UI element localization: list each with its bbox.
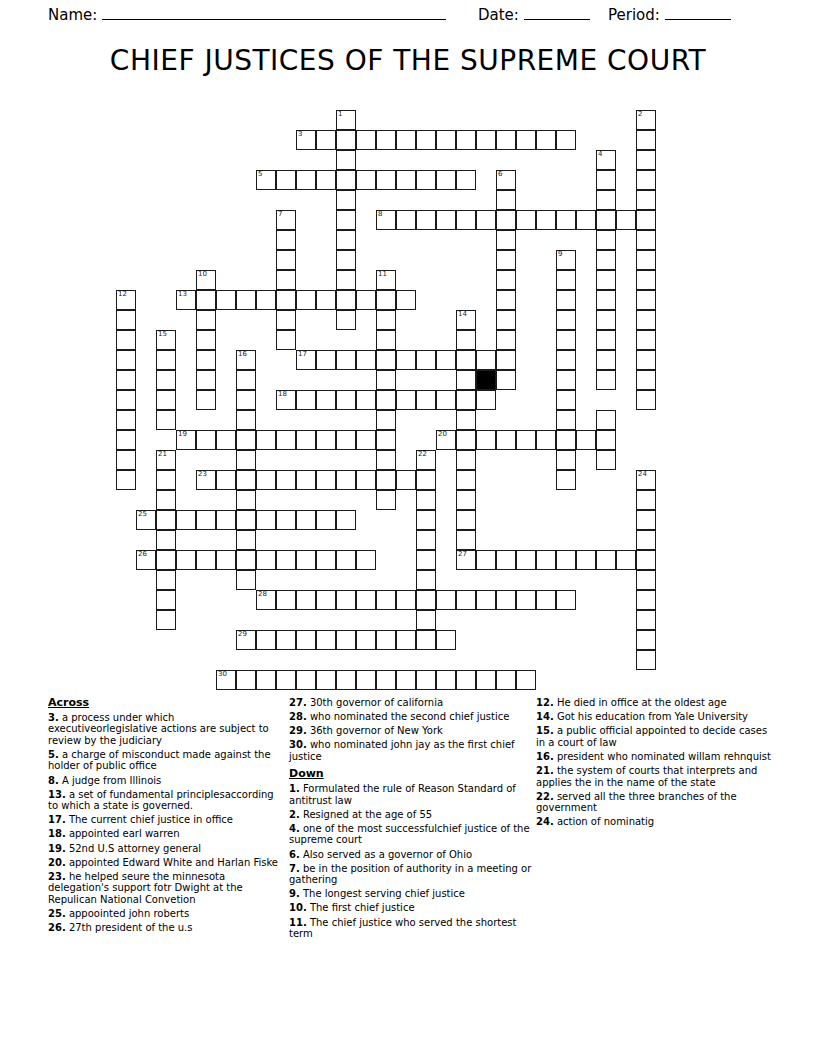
grid-cell[interactable] (256, 290, 276, 310)
grid-cell[interactable] (356, 430, 376, 450)
grid-cell[interactable] (396, 130, 416, 150)
grid-cell[interactable] (576, 210, 596, 230)
grid-cell[interactable] (456, 510, 476, 530)
grid-cell[interactable] (156, 610, 176, 630)
grid-cell[interactable] (596, 430, 616, 450)
grid-cell[interactable] (376, 130, 396, 150)
grid-cell[interactable]: 23 (196, 470, 216, 490)
grid-cell[interactable] (636, 250, 656, 270)
grid-cell[interactable] (616, 550, 636, 570)
grid-cell[interactable] (116, 410, 136, 430)
grid-cell[interactable] (636, 310, 656, 330)
grid-cell[interactable] (336, 290, 356, 310)
grid-cell[interactable]: 8 (376, 210, 396, 230)
grid-cell[interactable] (116, 390, 136, 410)
grid-cell[interactable] (556, 310, 576, 330)
grid-cell[interactable] (276, 510, 296, 530)
grid-cell[interactable] (596, 250, 616, 270)
grid-cell[interactable] (256, 470, 276, 490)
grid-cell[interactable] (376, 430, 396, 450)
grid-cell[interactable] (556, 330, 576, 350)
grid-cell[interactable] (196, 430, 216, 450)
grid-cell[interactable] (116, 330, 136, 350)
grid-cell[interactable] (636, 650, 656, 670)
grid-cell[interactable] (396, 630, 416, 650)
grid-cell[interactable] (356, 170, 376, 190)
grid-cell[interactable]: 28 (256, 590, 276, 610)
grid-cell[interactable] (516, 210, 536, 230)
grid-cell[interactable] (496, 130, 516, 150)
grid-cell[interactable] (416, 550, 436, 570)
grid-cell[interactable]: 2 (636, 110, 656, 130)
grid-cell[interactable] (416, 510, 436, 530)
grid-cell[interactable] (456, 490, 476, 510)
grid-cell[interactable] (196, 290, 216, 310)
grid-cell[interactable] (336, 250, 356, 270)
grid-cell[interactable] (356, 470, 376, 490)
grid-cell[interactable] (636, 590, 656, 610)
grid-cell[interactable] (276, 670, 296, 690)
grid-cell[interactable] (336, 150, 356, 170)
grid-cell[interactable] (256, 430, 276, 450)
grid-cell[interactable] (236, 510, 256, 530)
grid-cell[interactable] (316, 430, 336, 450)
grid-cell[interactable] (536, 550, 556, 570)
grid-cell[interactable] (636, 550, 656, 570)
grid-cell[interactable] (216, 550, 236, 570)
grid-cell[interactable] (496, 430, 516, 450)
grid-cell[interactable] (316, 350, 336, 370)
grid-cell[interactable] (556, 350, 576, 370)
grid-cell[interactable] (216, 430, 236, 450)
grid-cell[interactable] (376, 310, 396, 330)
grid-cell[interactable] (436, 130, 456, 150)
grid-cell[interactable] (276, 590, 296, 610)
grid-cell[interactable] (336, 550, 356, 570)
grid-cell[interactable] (596, 370, 616, 390)
grid-cell[interactable] (236, 490, 256, 510)
grid-cell[interactable] (496, 250, 516, 270)
grid-cell[interactable] (456, 210, 476, 230)
grid-cell[interactable] (276, 330, 296, 350)
grid-cell[interactable] (376, 390, 396, 410)
grid-cell[interactable] (456, 530, 476, 550)
grid-cell[interactable]: 19 (176, 430, 196, 450)
grid-cell[interactable] (476, 390, 496, 410)
grid-cell[interactable] (236, 570, 256, 590)
grid-cell[interactable] (396, 210, 416, 230)
grid-cell[interactable] (236, 390, 256, 410)
grid-cell[interactable] (296, 550, 316, 570)
grid-cell[interactable]: 15 (156, 330, 176, 350)
grid-cell[interactable] (396, 670, 416, 690)
grid-cell[interactable] (336, 510, 356, 530)
grid-cell[interactable] (556, 270, 576, 290)
grid-cell[interactable] (116, 310, 136, 330)
grid-cell[interactable] (416, 210, 436, 230)
grid-cell[interactable] (316, 630, 336, 650)
grid-cell[interactable] (356, 350, 376, 370)
grid-cell[interactable] (636, 190, 656, 210)
grid-cell[interactable] (416, 170, 436, 190)
grid-cell[interactable] (496, 310, 516, 330)
grid-cell[interactable] (336, 630, 356, 650)
grid-cell[interactable] (636, 170, 656, 190)
grid-cell[interactable] (536, 210, 556, 230)
grid-cell[interactable] (296, 430, 316, 450)
grid-cell[interactable] (156, 390, 176, 410)
grid-cell[interactable] (276, 230, 296, 250)
grid-cell[interactable] (376, 290, 396, 310)
grid-cell[interactable]: 10 (196, 270, 216, 290)
grid-cell[interactable] (416, 670, 436, 690)
grid-cell[interactable] (356, 290, 376, 310)
grid-cell[interactable]: 16 (236, 350, 256, 370)
grid-cell[interactable] (456, 390, 476, 410)
grid-cell[interactable] (156, 570, 176, 590)
date-input-line[interactable] (524, 6, 590, 20)
grid-cell[interactable]: 30 (216, 670, 236, 690)
grid-cell[interactable] (156, 590, 176, 610)
grid-cell[interactable] (596, 290, 616, 310)
grid-cell[interactable] (336, 270, 356, 290)
grid-cell[interactable] (196, 510, 216, 530)
grid-cell[interactable]: 25 (136, 510, 156, 530)
grid-cell[interactable] (476, 590, 496, 610)
grid-cell[interactable] (276, 290, 296, 310)
grid-cell[interactable] (236, 470, 256, 490)
grid-cell[interactable] (456, 410, 476, 430)
grid-cell[interactable]: 14 (456, 310, 476, 330)
grid-cell[interactable] (356, 590, 376, 610)
grid-cell[interactable] (636, 290, 656, 310)
grid-cell[interactable] (336, 310, 356, 330)
grid-cell[interactable] (396, 290, 416, 310)
grid-cell[interactable] (256, 670, 276, 690)
grid-cell[interactable] (636, 210, 656, 230)
grid-cell[interactable]: 1 (336, 110, 356, 130)
grid-cell[interactable] (256, 630, 276, 650)
grid-cell[interactable]: 21 (156, 450, 176, 470)
grid-cell[interactable] (396, 590, 416, 610)
grid-cell[interactable] (156, 370, 176, 390)
grid-cell[interactable]: 5 (256, 170, 276, 190)
grid-cell[interactable] (276, 550, 296, 570)
grid-cell[interactable] (376, 590, 396, 610)
grid-cell[interactable] (316, 470, 336, 490)
grid-cell[interactable] (576, 550, 596, 570)
grid-cell[interactable] (556, 210, 576, 230)
grid-cell[interactable] (636, 610, 656, 630)
grid-cell[interactable] (456, 590, 476, 610)
grid-cell[interactable] (476, 210, 496, 230)
grid-cell[interactable] (356, 630, 376, 650)
grid-cell[interactable] (436, 210, 456, 230)
grid-cell[interactable] (216, 510, 236, 530)
grid-cell[interactable] (596, 270, 616, 290)
grid-cell[interactable] (336, 430, 356, 450)
grid-cell[interactable] (216, 470, 236, 490)
grid-cell[interactable] (276, 270, 296, 290)
grid-cell[interactable] (416, 390, 436, 410)
grid-cell[interactable]: 9 (556, 250, 576, 270)
grid-cell[interactable] (416, 590, 436, 610)
grid-cell[interactable] (196, 350, 216, 370)
grid-cell[interactable] (596, 410, 616, 430)
grid-cell[interactable]: 7 (276, 210, 296, 230)
grid-cell[interactable] (236, 530, 256, 550)
grid-cell[interactable]: 18 (276, 390, 296, 410)
grid-cell[interactable] (236, 290, 256, 310)
grid-cell[interactable] (516, 130, 536, 150)
grid-cell[interactable] (376, 670, 396, 690)
grid-cell[interactable] (376, 370, 396, 390)
grid-cell[interactable] (336, 190, 356, 210)
grid-cell[interactable] (636, 130, 656, 150)
grid-cell[interactable] (376, 350, 396, 370)
grid-cell[interactable] (316, 510, 336, 530)
grid-cell[interactable] (116, 430, 136, 450)
grid-cell[interactable] (236, 450, 256, 470)
grid-cell[interactable] (296, 510, 316, 530)
grid-cell[interactable] (256, 510, 276, 530)
grid-cell[interactable] (356, 130, 376, 150)
grid-cell[interactable] (496, 270, 516, 290)
grid-cell[interactable] (496, 370, 516, 390)
grid-cell[interactable]: 13 (176, 290, 196, 310)
grid-cell[interactable] (456, 130, 476, 150)
grid-cell[interactable] (276, 430, 296, 450)
grid-cell[interactable] (376, 490, 396, 510)
grid-cell[interactable] (236, 430, 256, 450)
grid-cell[interactable] (116, 450, 136, 470)
grid-cell[interactable] (336, 230, 356, 250)
grid-cell[interactable] (336, 390, 356, 410)
grid-cell[interactable] (256, 550, 276, 570)
grid-cell[interactable] (496, 230, 516, 250)
grid-cell[interactable] (496, 590, 516, 610)
grid-cell[interactable] (336, 470, 356, 490)
grid-cell[interactable] (296, 590, 316, 610)
grid-cell[interactable] (636, 530, 656, 550)
grid-cell[interactable] (296, 170, 316, 190)
grid-cell[interactable] (596, 550, 616, 570)
grid-cell[interactable]: 20 (436, 430, 456, 450)
grid-cell[interactable] (496, 290, 516, 310)
grid-cell[interactable] (556, 290, 576, 310)
grid-cell[interactable] (556, 550, 576, 570)
grid-cell[interactable] (336, 350, 356, 370)
grid-cell[interactable] (376, 410, 396, 430)
grid-cell[interactable]: 26 (136, 550, 156, 570)
grid-cell[interactable] (556, 410, 576, 430)
grid-cell[interactable] (556, 450, 576, 470)
grid-cell[interactable]: 17 (296, 350, 316, 370)
grid-cell[interactable] (436, 390, 456, 410)
grid-cell[interactable] (516, 670, 536, 690)
grid-cell[interactable] (196, 550, 216, 570)
grid-cell[interactable] (276, 630, 296, 650)
grid-cell[interactable] (496, 550, 516, 570)
grid-cell[interactable] (416, 350, 436, 370)
grid-cell[interactable] (316, 170, 336, 190)
grid-cell[interactable] (436, 630, 456, 650)
grid-cell[interactable] (596, 190, 616, 210)
grid-cell[interactable]: 12 (116, 290, 136, 310)
grid-cell[interactable] (156, 550, 176, 570)
grid-cell[interactable] (636, 150, 656, 170)
grid-cell[interactable] (476, 350, 496, 370)
grid-cell[interactable] (296, 290, 316, 310)
grid-cell[interactable] (116, 350, 136, 370)
grid-cell[interactable] (436, 590, 456, 610)
grid-cell[interactable] (196, 330, 216, 350)
grid-cell[interactable] (636, 350, 656, 370)
grid-cell[interactable] (196, 310, 216, 330)
grid-cell[interactable]: 3 (296, 130, 316, 150)
grid-cell[interactable] (416, 630, 436, 650)
grid-cell[interactable] (176, 510, 196, 530)
grid-cell[interactable] (596, 350, 616, 370)
grid-cell[interactable] (116, 470, 136, 490)
grid-cell[interactable] (276, 470, 296, 490)
grid-cell[interactable] (196, 390, 216, 410)
grid-cell[interactable] (476, 130, 496, 150)
grid-cell[interactable] (456, 450, 476, 470)
grid-cell[interactable] (496, 330, 516, 350)
grid-cell[interactable] (316, 290, 336, 310)
grid-cell[interactable] (316, 550, 336, 570)
grid-cell[interactable]: 11 (376, 270, 396, 290)
grid-cell[interactable] (436, 170, 456, 190)
grid-cell[interactable] (616, 210, 636, 230)
grid-cell[interactable] (596, 330, 616, 350)
grid-cell[interactable] (516, 550, 536, 570)
grid-cell[interactable]: 6 (496, 170, 516, 190)
grid-cell[interactable] (636, 330, 656, 350)
grid-cell[interactable] (276, 170, 296, 190)
grid-cell[interactable] (436, 350, 456, 370)
grid-cell[interactable] (456, 350, 476, 370)
grid-cell[interactable] (636, 370, 656, 390)
grid-cell[interactable] (176, 550, 196, 570)
grid-cell[interactable] (356, 390, 376, 410)
grid-cell[interactable] (556, 390, 576, 410)
grid-cell[interactable] (636, 510, 656, 530)
grid-cell[interactable] (456, 370, 476, 390)
grid-cell[interactable] (396, 170, 416, 190)
grid-cell[interactable] (316, 670, 336, 690)
grid-cell[interactable] (636, 490, 656, 510)
grid-cell[interactable] (296, 390, 316, 410)
grid-cell[interactable]: 29 (236, 630, 256, 650)
grid-cell[interactable] (376, 330, 396, 350)
grid-cell[interactable]: 22 (416, 450, 436, 470)
grid-cell[interactable] (236, 670, 256, 690)
grid-cell[interactable] (436, 670, 456, 690)
grid-cell[interactable] (356, 550, 376, 570)
grid-cell[interactable] (376, 450, 396, 470)
grid-cell[interactable] (516, 430, 536, 450)
grid-cell[interactable] (536, 430, 556, 450)
grid-cell[interactable] (596, 450, 616, 470)
grid-cell[interactable] (336, 670, 356, 690)
grid-cell[interactable] (536, 590, 556, 610)
grid-cell[interactable] (416, 470, 436, 490)
grid-cell[interactable] (316, 130, 336, 150)
grid-cell[interactable] (336, 170, 356, 190)
grid-cell[interactable] (296, 470, 316, 490)
grid-cell[interactable] (496, 670, 516, 690)
grid-cell[interactable] (276, 250, 296, 270)
grid-cell[interactable] (236, 370, 256, 390)
grid-cell[interactable] (556, 590, 576, 610)
grid-cell[interactable] (636, 630, 656, 650)
grid-cell[interactable] (116, 370, 136, 390)
grid-cell[interactable] (396, 470, 416, 490)
grid-cell[interactable] (456, 430, 476, 450)
grid-cell[interactable] (376, 170, 396, 190)
grid-cell[interactable] (636, 230, 656, 250)
grid-cell[interactable] (476, 430, 496, 450)
grid-cell[interactable] (156, 470, 176, 490)
grid-cell[interactable] (316, 590, 336, 610)
grid-cell[interactable] (556, 430, 576, 450)
grid-cell[interactable] (496, 210, 516, 230)
grid-cell[interactable] (416, 490, 436, 510)
grid-cell[interactable] (556, 470, 576, 490)
grid-cell[interactable] (156, 350, 176, 370)
grid-cell[interactable] (336, 210, 356, 230)
name-input-line[interactable] (102, 6, 446, 20)
grid-cell[interactable] (456, 170, 476, 190)
grid-cell[interactable] (156, 410, 176, 430)
grid-cell[interactable] (156, 510, 176, 530)
grid-cell[interactable] (216, 290, 236, 310)
grid-cell[interactable] (236, 550, 256, 570)
grid-cell[interactable] (376, 470, 396, 490)
grid-cell[interactable] (376, 630, 396, 650)
grid-cell[interactable] (516, 590, 536, 610)
grid-cell[interactable] (496, 190, 516, 210)
grid-cell[interactable] (476, 670, 496, 690)
grid-cell[interactable] (396, 350, 416, 370)
grid-cell[interactable] (536, 130, 556, 150)
grid-cell[interactable] (296, 670, 316, 690)
grid-cell[interactable] (636, 570, 656, 590)
grid-cell[interactable] (636, 270, 656, 290)
grid-cell[interactable]: 24 (636, 470, 656, 490)
grid-cell[interactable] (576, 430, 596, 450)
grid-cell[interactable]: 4 (596, 150, 616, 170)
grid-cell[interactable] (416, 130, 436, 150)
grid-cell[interactable] (416, 570, 436, 590)
grid-cell[interactable] (336, 130, 356, 150)
grid-cell[interactable] (596, 230, 616, 250)
grid-cell[interactable] (456, 330, 476, 350)
grid-cell[interactable] (396, 390, 416, 410)
grid-cell[interactable] (596, 170, 616, 190)
grid-cell[interactable] (476, 550, 496, 570)
period-input-line[interactable] (665, 6, 731, 20)
grid-cell[interactable] (276, 310, 296, 330)
grid-cell[interactable] (316, 390, 336, 410)
grid-cell[interactable] (456, 670, 476, 690)
grid-cell[interactable] (236, 410, 256, 430)
grid-cell[interactable]: 27 (456, 550, 476, 570)
grid-cell[interactable] (416, 610, 436, 630)
grid-cell[interactable] (596, 210, 616, 230)
